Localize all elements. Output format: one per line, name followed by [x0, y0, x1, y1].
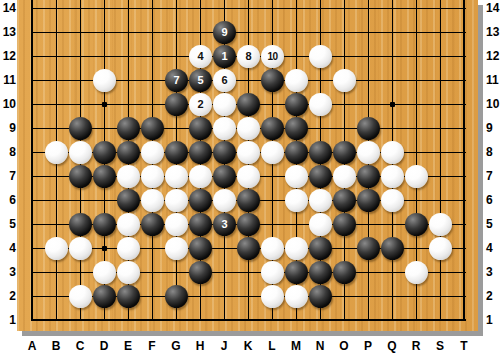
- white-stone-M2[interactable]: [285, 285, 308, 308]
- black-stone-R5[interactable]: [405, 213, 428, 236]
- white-stone-N5[interactable]: [309, 213, 332, 236]
- black-stone-K10[interactable]: [237, 93, 260, 116]
- black-stone-M9[interactable]: [285, 117, 308, 140]
- move-number-label: 5: [197, 75, 203, 86]
- black-stone-M10[interactable]: [285, 93, 308, 116]
- white-stone-E3[interactable]: [117, 261, 140, 284]
- move-number-label: 10: [267, 52, 277, 62]
- row-label-right-5: 5: [486, 216, 500, 232]
- black-stone-D8[interactable]: [93, 141, 116, 164]
- column-label-E: E: [120, 338, 136, 354]
- black-stone-D2[interactable]: [93, 285, 116, 308]
- row-label-left-6: 6: [0, 192, 16, 208]
- white-stone-J9[interactable]: [213, 117, 236, 140]
- row-label-right-6: 6: [486, 192, 500, 208]
- row-label-right-4: 4: [486, 240, 500, 256]
- black-stone-G2[interactable]: [165, 285, 188, 308]
- black-stone-O5[interactable]: [333, 213, 356, 236]
- row-label-right-7: 7: [486, 168, 500, 184]
- white-stone-M11[interactable]: [285, 69, 308, 92]
- white-stone-E4[interactable]: [117, 237, 140, 260]
- white-stone-S5[interactable]: [429, 213, 452, 236]
- black-stone-O3[interactable]: [333, 261, 356, 284]
- black-stone-M8[interactable]: [285, 141, 308, 164]
- white-stone-K8[interactable]: [237, 141, 260, 164]
- black-stone-L9[interactable]: [261, 117, 284, 140]
- black-stone-H9[interactable]: [189, 117, 212, 140]
- black-stone-J12[interactable]: 1: [213, 45, 236, 68]
- column-label-B: B: [48, 338, 64, 354]
- row-label-right-3: 3: [486, 264, 500, 280]
- row-label-left-8: 8: [0, 144, 16, 160]
- go-diagram-root: 94181075623 1413121110987654321 14131211…: [0, 0, 500, 356]
- white-stone-B4[interactable]: [45, 237, 68, 260]
- white-stone-S4[interactable]: [429, 237, 452, 260]
- black-stone-N2[interactable]: [309, 285, 332, 308]
- white-stone-C8[interactable]: [69, 141, 92, 164]
- white-stone-M6[interactable]: [285, 189, 308, 212]
- black-stone-J13[interactable]: 9: [213, 21, 236, 44]
- white-stone-H10[interactable]: 2: [189, 93, 212, 116]
- white-stone-G5[interactable]: [165, 213, 188, 236]
- move-number-label: 7: [173, 75, 179, 86]
- black-stone-N3[interactable]: [309, 261, 332, 284]
- white-stone-J10[interactable]: [213, 93, 236, 116]
- white-stone-M4[interactable]: [285, 237, 308, 260]
- white-stone-K9[interactable]: [237, 117, 260, 140]
- move-number-label: 9: [221, 27, 227, 38]
- white-stone-O11[interactable]: [333, 69, 356, 92]
- black-stone-E9[interactable]: [117, 117, 140, 140]
- move-number-label: 8: [245, 51, 251, 62]
- black-stone-P9[interactable]: [357, 117, 380, 140]
- column-label-N: N: [312, 338, 328, 354]
- row-label-right-10: 10: [486, 96, 500, 112]
- white-stone-M7[interactable]: [285, 165, 308, 188]
- black-stone-O6[interactable]: [333, 189, 356, 212]
- column-label-A: A: [24, 338, 40, 354]
- column-label-R: R: [408, 338, 424, 354]
- black-stone-H6[interactable]: [189, 189, 212, 212]
- white-stone-G6[interactable]: [165, 189, 188, 212]
- black-stone-H11[interactable]: 5: [189, 69, 212, 92]
- white-stone-G4[interactable]: [165, 237, 188, 260]
- white-stone-D11[interactable]: [93, 69, 116, 92]
- white-stone-G7[interactable]: [165, 165, 188, 188]
- black-stone-F9[interactable]: [141, 117, 164, 140]
- column-label-H: H: [192, 338, 208, 354]
- white-stone-K7[interactable]: [237, 165, 260, 188]
- black-stone-H3[interactable]: [189, 261, 212, 284]
- black-stone-H8[interactable]: [189, 141, 212, 164]
- row-label-left-13: 13: [0, 24, 16, 40]
- star-point-Q10: [390, 102, 395, 107]
- move-number-label: 1: [221, 51, 227, 62]
- black-stone-E6[interactable]: [117, 189, 140, 212]
- white-stone-R3[interactable]: [405, 261, 428, 284]
- grid-line-horizontal-14: [31, 8, 466, 9]
- white-stone-B8[interactable]: [45, 141, 68, 164]
- black-stone-L11[interactable]: [261, 69, 284, 92]
- row-label-right-2: 2: [486, 288, 500, 304]
- row-label-right-9: 9: [486, 120, 500, 136]
- column-label-Q: Q: [384, 338, 400, 354]
- black-stone-G8[interactable]: [165, 141, 188, 164]
- black-stone-H4[interactable]: [189, 237, 212, 260]
- white-stone-Q7[interactable]: [381, 165, 404, 188]
- star-point-D4: [102, 246, 107, 251]
- grid-line-horizontal-13: [31, 32, 466, 33]
- black-stone-J5[interactable]: 3: [213, 213, 236, 236]
- white-stone-N10[interactable]: [309, 93, 332, 116]
- column-label-G: G: [168, 338, 184, 354]
- black-stone-D7[interactable]: [93, 165, 116, 188]
- row-label-right-13: 13: [486, 24, 500, 40]
- black-stone-K6[interactable]: [237, 189, 260, 212]
- column-label-T: T: [456, 338, 472, 354]
- black-stone-P7[interactable]: [357, 165, 380, 188]
- white-stone-J11[interactable]: 6: [213, 69, 236, 92]
- white-stone-L12[interactable]: 10: [261, 45, 284, 68]
- column-label-C: C: [72, 338, 88, 354]
- black-stone-C9[interactable]: [69, 117, 92, 140]
- column-label-K: K: [240, 338, 256, 354]
- white-stone-Q8[interactable]: [381, 141, 404, 164]
- black-stone-C5[interactable]: [69, 213, 92, 236]
- white-stone-J6[interactable]: [213, 189, 236, 212]
- white-stone-L3[interactable]: [261, 261, 284, 284]
- black-stone-P4[interactable]: [357, 237, 380, 260]
- white-stone-C4[interactable]: [69, 237, 92, 260]
- black-stone-F5[interactable]: [141, 213, 164, 236]
- row-label-left-14: 14: [0, 0, 16, 16]
- white-stone-P8[interactable]: [357, 141, 380, 164]
- white-stone-Q6[interactable]: [381, 189, 404, 212]
- column-label-L: L: [264, 338, 280, 354]
- white-stone-O7[interactable]: [333, 165, 356, 188]
- column-label-P: P: [360, 338, 376, 354]
- grid-line-horizontal-1: [31, 319, 466, 321]
- row-label-right-8: 8: [486, 144, 500, 160]
- white-stone-F7[interactable]: [141, 165, 164, 188]
- white-stone-F6[interactable]: [141, 189, 164, 212]
- black-stone-M3[interactable]: [285, 261, 308, 284]
- black-stone-N7[interactable]: [309, 165, 332, 188]
- row-label-left-9: 9: [0, 120, 16, 136]
- row-label-left-7: 7: [0, 168, 16, 184]
- white-stone-C2[interactable]: [69, 285, 92, 308]
- black-stone-J7[interactable]: [213, 165, 236, 188]
- black-stone-N4[interactable]: [309, 237, 332, 260]
- black-stone-E8[interactable]: [117, 141, 140, 164]
- black-stone-H5[interactable]: [189, 213, 212, 236]
- row-label-left-4: 4: [0, 240, 16, 256]
- white-stone-L2[interactable]: [261, 285, 284, 308]
- row-label-right-14: 14: [486, 0, 500, 16]
- row-label-right-11: 11: [486, 72, 500, 88]
- black-stone-K4[interactable]: [237, 237, 260, 260]
- move-number-label: 4: [197, 51, 203, 62]
- black-stone-G11[interactable]: 7: [165, 69, 188, 92]
- black-stone-J8[interactable]: [213, 141, 236, 164]
- star-point-D10: [102, 102, 107, 107]
- white-stone-L4[interactable]: [261, 237, 284, 260]
- black-stone-G10[interactable]: [165, 93, 188, 116]
- column-label-O: O: [336, 338, 352, 354]
- row-label-left-5: 5: [0, 216, 16, 232]
- black-stone-C7[interactable]: [69, 165, 92, 188]
- white-stone-E7[interactable]: [117, 165, 140, 188]
- black-stone-E2[interactable]: [117, 285, 140, 308]
- row-label-left-11: 11: [0, 72, 16, 88]
- row-label-left-3: 3: [0, 264, 16, 280]
- column-label-D: D: [96, 338, 112, 354]
- white-stone-F8[interactable]: [141, 141, 164, 164]
- row-label-right-1: 1: [486, 312, 500, 328]
- row-label-left-2: 2: [0, 288, 16, 304]
- black-stone-O8[interactable]: [333, 141, 356, 164]
- white-stone-H7[interactable]: [189, 165, 212, 188]
- row-label-right-12: 12: [486, 48, 500, 64]
- row-label-left-10: 10: [0, 96, 16, 112]
- black-stone-P6[interactable]: [357, 189, 380, 212]
- column-label-S: S: [432, 338, 448, 354]
- white-stone-N6[interactable]: [309, 189, 332, 212]
- column-label-M: M: [288, 338, 304, 354]
- column-label-F: F: [144, 338, 160, 354]
- move-number-label: 6: [221, 75, 227, 86]
- row-label-left-12: 12: [0, 48, 16, 64]
- move-number-label: 2: [197, 99, 203, 110]
- white-stone-K12[interactable]: 8: [237, 45, 260, 68]
- black-stone-K5[interactable]: [237, 213, 260, 236]
- column-label-J: J: [216, 338, 232, 354]
- black-stone-D5[interactable]: [93, 213, 116, 236]
- white-stone-L8[interactable]: [261, 141, 284, 164]
- white-stone-D3[interactable]: [93, 261, 116, 284]
- move-number-label: 3: [221, 219, 227, 230]
- black-stone-N8[interactable]: [309, 141, 332, 164]
- row-label-left-1: 1: [0, 312, 16, 328]
- white-stone-H12[interactable]: 4: [189, 45, 212, 68]
- black-stone-Q4[interactable]: [381, 237, 404, 260]
- white-stone-N12[interactable]: [309, 45, 332, 68]
- white-stone-E5[interactable]: [117, 213, 140, 236]
- white-stone-R7[interactable]: [405, 165, 428, 188]
